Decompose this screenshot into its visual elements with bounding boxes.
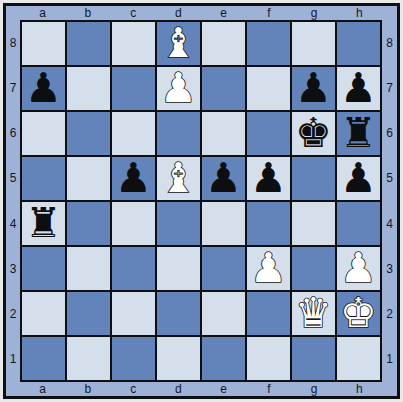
piece-white-pawn[interactable]: ♟ <box>340 247 377 290</box>
file-labels-bottom: abcdefgh <box>20 382 382 396</box>
rank-label-6: 6 <box>6 111 20 156</box>
square-c1[interactable] <box>112 337 155 380</box>
piece-white-king[interactable]: ♚ <box>340 292 377 335</box>
rank-label-1: 1 <box>6 337 20 382</box>
square-d6[interactable] <box>157 112 200 155</box>
file-label-a: a <box>20 6 65 20</box>
piece-black-rook[interactable]: ♜ <box>340 112 377 155</box>
square-h3[interactable]: ♟ <box>337 247 380 290</box>
square-e5[interactable]: ♟ <box>202 157 245 200</box>
square-f1[interactable] <box>247 337 290 380</box>
piece-black-pawn[interactable]: ♟ <box>250 157 287 200</box>
piece-black-king[interactable]: ♚ <box>295 112 332 155</box>
rank-label-3: 3 <box>382 246 397 291</box>
file-label-f: f <box>246 6 291 20</box>
square-h1[interactable] <box>337 337 380 380</box>
rank-label-7: 7 <box>6 65 20 110</box>
rank-label-8: 8 <box>6 20 20 65</box>
piece-white-bishop[interactable]: ♝ <box>160 22 197 65</box>
square-a7[interactable]: ♟ <box>22 67 65 110</box>
square-d4[interactable] <box>157 202 200 245</box>
file-label-b: b <box>65 6 110 20</box>
rank-label-5: 5 <box>382 156 397 201</box>
square-c7[interactable] <box>112 67 155 110</box>
square-g5[interactable] <box>292 157 335 200</box>
square-c2[interactable] <box>112 292 155 335</box>
file-label-d: d <box>156 6 201 20</box>
square-h6[interactable]: ♜ <box>337 112 380 155</box>
square-e6[interactable] <box>202 112 245 155</box>
square-b6[interactable] <box>67 112 110 155</box>
piece-white-queen[interactable]: ♛ <box>295 292 332 335</box>
rank-label-7: 7 <box>382 65 397 110</box>
square-f5[interactable]: ♟ <box>247 157 290 200</box>
piece-black-pawn[interactable]: ♟ <box>340 67 377 110</box>
file-label-f: f <box>246 382 291 396</box>
square-g1[interactable] <box>292 337 335 380</box>
rank-label-2: 2 <box>382 292 397 337</box>
square-e3[interactable] <box>202 247 245 290</box>
rank-label-4: 4 <box>6 201 20 246</box>
piece-black-pawn[interactable]: ♟ <box>205 157 242 200</box>
file-label-b: b <box>65 382 110 396</box>
square-d3[interactable] <box>157 247 200 290</box>
square-g4[interactable] <box>292 202 335 245</box>
square-a3[interactable] <box>22 247 65 290</box>
square-g2[interactable]: ♛ <box>292 292 335 335</box>
chess-board: ♝♟♟♟♟♚♜♟♝♟♟♟♜♟♟♛♚ <box>20 20 382 382</box>
square-f4[interactable] <box>247 202 290 245</box>
square-a6[interactable] <box>22 112 65 155</box>
rank-label-5: 5 <box>6 156 20 201</box>
square-f3[interactable]: ♟ <box>247 247 290 290</box>
square-e4[interactable] <box>202 202 245 245</box>
file-label-c: c <box>111 6 156 20</box>
square-e2[interactable] <box>202 292 245 335</box>
square-b7[interactable] <box>67 67 110 110</box>
rank-label-1: 1 <box>382 337 397 382</box>
file-label-g: g <box>292 6 337 20</box>
piece-white-pawn[interactable]: ♟ <box>250 247 287 290</box>
piece-black-rook[interactable]: ♜ <box>25 202 62 245</box>
square-c8[interactable] <box>112 22 155 65</box>
file-label-h: h <box>337 6 382 20</box>
piece-black-pawn[interactable]: ♟ <box>295 67 332 110</box>
square-g6[interactable]: ♚ <box>292 112 335 155</box>
rank-label-2: 2 <box>6 292 20 337</box>
square-e7[interactable] <box>202 67 245 110</box>
rank-label-6: 6 <box>382 111 397 156</box>
square-h8[interactable] <box>337 22 380 65</box>
file-label-e: e <box>201 6 246 20</box>
square-f8[interactable] <box>247 22 290 65</box>
square-c6[interactable] <box>112 112 155 155</box>
square-h5[interactable]: ♟ <box>337 157 380 200</box>
file-labels-top: abcdefgh <box>20 6 382 20</box>
square-c5[interactable]: ♟ <box>112 157 155 200</box>
piece-white-bishop[interactable]: ♝ <box>160 157 197 200</box>
chess-diagram: abcdefgh 87654321 ♝♟♟♟♟♚♜♟♝♟♟♟♜♟♟♛♚ 8765… <box>0 0 403 402</box>
square-g3[interactable] <box>292 247 335 290</box>
file-label-d: d <box>156 382 201 396</box>
rank-labels-left: 87654321 <box>6 20 20 382</box>
square-b1[interactable] <box>67 337 110 380</box>
square-d7[interactable]: ♟ <box>157 67 200 110</box>
piece-white-pawn[interactable]: ♟ <box>160 67 197 110</box>
rank-label-8: 8 <box>382 20 397 65</box>
square-f6[interactable] <box>247 112 290 155</box>
file-label-h: h <box>337 382 382 396</box>
square-c4[interactable] <box>112 202 155 245</box>
file-label-c: c <box>111 382 156 396</box>
board-frame: abcdefgh 87654321 ♝♟♟♟♟♚♜♟♝♟♟♟♜♟♟♛♚ 8765… <box>3 3 400 399</box>
file-label-g: g <box>292 382 337 396</box>
square-e1[interactable] <box>202 337 245 380</box>
square-h2[interactable]: ♚ <box>337 292 380 335</box>
square-f2[interactable] <box>247 292 290 335</box>
square-e8[interactable] <box>202 22 245 65</box>
piece-black-pawn[interactable]: ♟ <box>25 67 62 110</box>
square-h7[interactable]: ♟ <box>337 67 380 110</box>
square-a2[interactable] <box>22 292 65 335</box>
piece-black-pawn[interactable]: ♟ <box>115 157 152 200</box>
square-b4[interactable] <box>67 202 110 245</box>
square-h4[interactable] <box>337 202 380 245</box>
square-d5[interactable]: ♝ <box>157 157 200 200</box>
square-g7[interactable]: ♟ <box>292 67 335 110</box>
piece-black-pawn[interactable]: ♟ <box>340 157 377 200</box>
file-label-a: a <box>20 382 65 396</box>
square-a4[interactable]: ♜ <box>22 202 65 245</box>
square-d2[interactable] <box>157 292 200 335</box>
rank-label-4: 4 <box>382 201 397 246</box>
square-b2[interactable] <box>67 292 110 335</box>
square-f7[interactable] <box>247 67 290 110</box>
square-b3[interactable] <box>67 247 110 290</box>
square-g8[interactable] <box>292 22 335 65</box>
square-b5[interactable] <box>67 157 110 200</box>
square-b8[interactable] <box>67 22 110 65</box>
rank-labels-right: 87654321 <box>382 20 397 382</box>
square-d8[interactable]: ♝ <box>157 22 200 65</box>
rank-label-3: 3 <box>6 246 20 291</box>
file-label-e: e <box>201 382 246 396</box>
square-a5[interactable] <box>22 157 65 200</box>
square-a1[interactable] <box>22 337 65 380</box>
frame-grid: abcdefgh 87654321 ♝♟♟♟♟♚♜♟♝♟♟♟♜♟♟♛♚ 8765… <box>6 6 397 396</box>
square-d1[interactable] <box>157 337 200 380</box>
square-c3[interactable] <box>112 247 155 290</box>
square-a8[interactable] <box>22 22 65 65</box>
